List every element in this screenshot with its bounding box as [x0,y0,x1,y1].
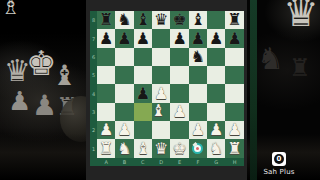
black-king-e8[interactable]: ♚ [172,12,186,28]
square-c5[interactable] [134,66,152,84]
white-rook-h1[interactable]: ♜ [227,141,241,157]
square-e2[interactable] [170,121,188,139]
green-edge-strip [250,0,257,180]
square-h8[interactable]: ♜ [225,11,243,29]
square-b2[interactable]: ♟ [115,121,133,139]
square-f4[interactable] [189,84,207,102]
white-rook-a1[interactable]: ♜ [99,141,113,157]
rank-label-7: 7 [90,29,97,47]
file-label-e: E [170,158,188,166]
white-pawn-a2[interactable]: ♟ [99,122,113,138]
square-b8[interactable]: ♞ [115,11,133,29]
file-label-a: A [97,158,115,166]
file-coordinates: ABCDEFGH [97,158,244,166]
square-e8[interactable]: ♚ [170,11,188,29]
gray-pawn-photo-icon: ♟ [32,92,57,120]
white-pawn-g2[interactable]: ♟ [209,122,223,138]
square-e5[interactable] [170,66,188,84]
square-e4[interactable] [170,84,188,102]
square-b1[interactable]: ♞ [115,139,133,157]
square-b6[interactable] [115,48,133,66]
square-h1[interactable]: ♜ [225,139,243,157]
black-pawn-g7[interactable]: ♟ [209,31,223,47]
square-g5[interactable] [207,66,225,84]
square-a1[interactable]: ♜ [97,139,115,157]
black-rook-h8[interactable]: ♜ [227,12,241,28]
dark-rook-photo-icon: ♜ [289,56,311,80]
square-f8[interactable]: ♝ [189,11,207,29]
white-knight-g1[interactable]: ♞ [209,141,223,157]
move-spinner-icon [192,143,203,154]
white-bishop-d3[interactable]: ♝ [151,103,165,119]
square-c6[interactable] [134,48,152,66]
photo-board-surface [0,134,86,180]
file-label-d: D [152,158,170,166]
square-e3[interactable]: ♟ [170,103,188,121]
square-a4[interactable] [97,84,115,102]
black-pawn-a7[interactable]: ♟ [99,31,113,47]
black-pawn-b7[interactable]: ♟ [117,31,131,47]
square-d8[interactable]: ♛ [152,11,170,29]
square-b4[interactable] [115,84,133,102]
square-d7[interactable] [152,29,170,47]
gray-rook-photo-icon: ♜ [56,94,78,119]
rank-label-4: 4 [90,84,97,102]
square-d3[interactable]: ♝ [152,103,170,121]
square-b5[interactable] [115,66,133,84]
white-king-e1[interactable]: ♚ [172,141,186,157]
rank-label-6: 6 [90,48,97,66]
square-c8[interactable]: ♝ [134,11,152,29]
square-b7[interactable]: ♟ [115,29,133,47]
file-label-h: H [225,158,243,166]
square-a6[interactable] [97,48,115,66]
square-a8[interactable]: ♜ [97,11,115,29]
chess-board[interactable]: ♜♞♝♛♚♝♜♟♟♟♟♟♟♟♞♟♟♝♟♟♟♟♟♟♜♞♝♛♚♞♜ [97,11,244,158]
square-h4[interactable] [225,84,243,102]
black-bishop-c8[interactable]: ♝ [136,12,150,28]
square-g2[interactable]: ♟ [207,121,225,139]
white-pawn-f2[interactable]: ♟ [191,122,205,138]
square-h2[interactable]: ♟ [225,121,243,139]
black-pawn-h7[interactable]: ♟ [227,31,241,47]
white-pawn-d4[interactable]: ♟ [154,86,168,102]
square-d6[interactable] [152,48,170,66]
square-f1[interactable] [189,139,207,157]
square-c3[interactable] [134,103,152,121]
white-pawn-b2[interactable]: ♟ [117,122,131,138]
black-knight-b8[interactable]: ♞ [117,12,131,28]
square-h5[interactable] [225,66,243,84]
square-f7[interactable]: ♟ [189,29,207,47]
file-label-g: G [207,158,225,166]
square-a2[interactable]: ♟ [97,121,115,139]
gray-bishop-photo-icon: ♝ [52,62,77,90]
logo-disc: 0 [274,154,284,164]
square-h6[interactable] [225,48,243,66]
white-pawn-h2[interactable]: ♟ [227,122,241,138]
black-rook-a8[interactable]: ♜ [99,12,113,28]
chess-app-panel: 87654321 ♜♞♝♛♚♝♜♟♟♟♟♟♟♟♞♟♟♝♟♟♟♟♟♟♜♞♝♛♚♞♜… [86,0,247,180]
square-f5[interactable] [189,66,207,84]
coordinate-corner [90,158,97,166]
background-photo-left: ♗ ♚ ♛ ♝ ♟ ♟ ♜ [0,0,86,180]
file-label-b: B [115,158,133,166]
square-e7[interactable]: ♟ [170,29,188,47]
square-d1[interactable]: ♛ [152,139,170,157]
black-pawn-c4[interactable]: ♟ [136,86,150,102]
square-a7[interactable]: ♟ [97,29,115,47]
black-pawn-f7[interactable]: ♟ [191,31,205,47]
black-pawn-e7[interactable]: ♟ [172,31,186,47]
square-c1[interactable]: ♝ [134,139,152,157]
white-queen-d1[interactable]: ♛ [154,141,168,157]
rank-label-2: 2 [90,121,97,139]
square-e1[interactable]: ♚ [170,139,188,157]
square-a3[interactable] [97,103,115,121]
white-bishop-photo-icon: ♗ [1,0,21,18]
black-bishop-f8[interactable]: ♝ [191,12,205,28]
dark-knight-photo-icon: ♞ [257,44,284,74]
black-pawn-c7[interactable]: ♟ [136,31,150,47]
black-knight-f6[interactable]: ♞ [191,49,205,65]
square-c4[interactable]: ♟ [134,84,152,102]
file-label-f: F [189,158,207,166]
rank-label-3: 3 [90,103,97,121]
square-f3[interactable] [189,103,207,121]
watermark-label: Sah Plus [259,168,299,176]
square-g3[interactable] [207,103,225,121]
gray-pawn-photo-icon: ♟ [8,88,31,114]
rank-label-5: 5 [90,66,97,84]
lit-queen-photo-icon: ♛ [283,0,319,32]
square-g7[interactable]: ♟ [207,29,225,47]
square-e6[interactable] [170,48,188,66]
file-label-c: C [134,158,152,166]
white-pawn-e3[interactable]: ♟ [172,104,186,120]
gray-king-photo-icon: ♚ [26,46,56,80]
square-b3[interactable] [115,103,133,121]
square-h3[interactable] [225,103,243,121]
square-h7[interactable]: ♟ [225,29,243,47]
rank-label-1: 1 [90,139,97,157]
black-queen-d8[interactable]: ♛ [154,12,168,28]
white-bishop-c1[interactable]: ♝ [136,141,150,157]
gray-queen-photo-icon: ♛ [4,56,31,86]
channel-watermark: 0 Sah Plus [259,152,299,176]
sah-plus-logo-icon: 0 [272,152,286,166]
square-g8[interactable] [207,11,225,29]
rank-label-8: 8 [90,11,97,29]
white-knight-b1[interactable]: ♞ [117,141,131,157]
square-d5[interactable] [152,66,170,84]
square-g4[interactable] [207,84,225,102]
square-c2[interactable] [134,121,152,139]
rank-coordinates: 87654321 [90,11,97,158]
square-g6[interactable] [207,48,225,66]
square-f2[interactable]: ♟ [189,121,207,139]
square-g1[interactable]: ♞ [207,139,225,157]
square-c7[interactable]: ♟ [134,29,152,47]
square-f6[interactable]: ♞ [189,48,207,66]
square-d2[interactable] [152,121,170,139]
square-a5[interactable] [97,66,115,84]
